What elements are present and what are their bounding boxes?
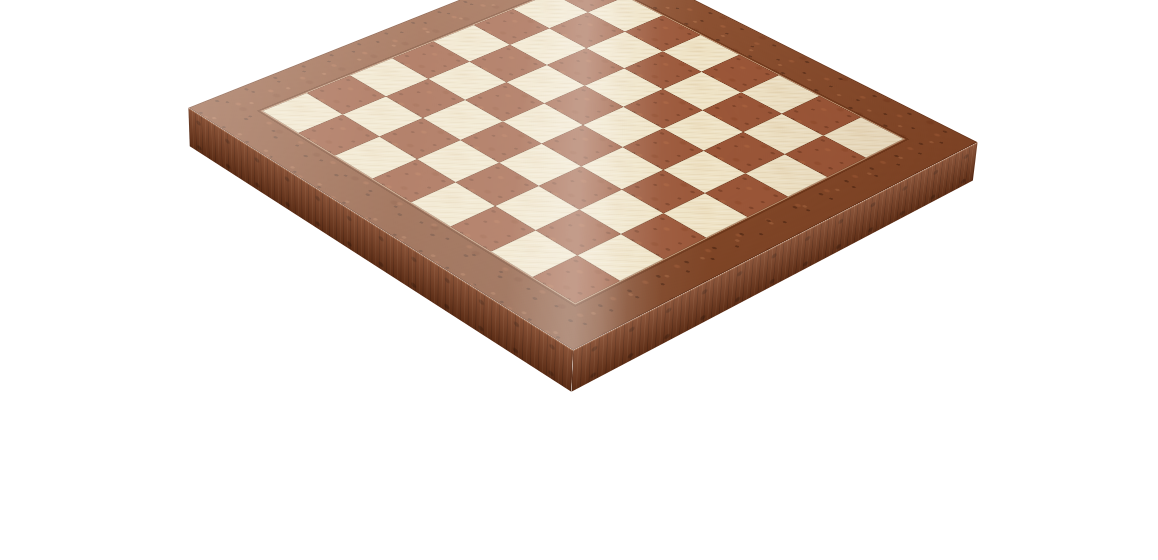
square <box>460 122 541 163</box>
square <box>579 190 663 235</box>
square <box>335 137 417 179</box>
square <box>705 173 788 217</box>
square <box>745 154 827 197</box>
square <box>622 170 705 213</box>
square <box>495 186 579 230</box>
square <box>456 163 539 206</box>
square <box>581 147 663 189</box>
square <box>785 135 866 177</box>
square <box>539 166 622 209</box>
square <box>663 151 745 193</box>
square <box>663 193 747 238</box>
square <box>542 125 623 166</box>
square <box>704 132 785 173</box>
board-top-face <box>188 0 977 350</box>
square <box>623 128 704 169</box>
square <box>372 159 455 202</box>
square <box>298 115 379 156</box>
square <box>379 118 460 159</box>
square <box>621 213 706 259</box>
square <box>536 210 621 256</box>
product-photo <box>0 0 1158 560</box>
square <box>411 182 495 226</box>
square <box>577 234 663 281</box>
square <box>499 144 581 186</box>
square <box>491 230 577 277</box>
square <box>450 206 535 252</box>
square <box>533 255 620 303</box>
square <box>417 140 499 182</box>
